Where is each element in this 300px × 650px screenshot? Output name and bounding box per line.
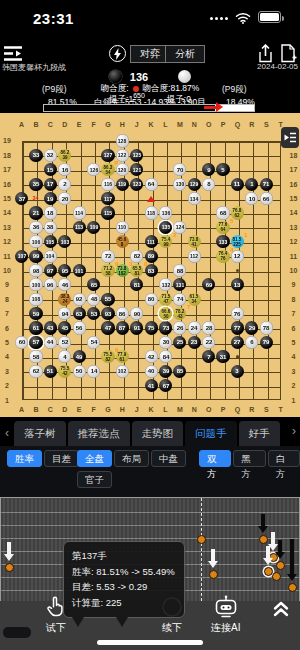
- suggestion-N12[interactable]: 73.841: [188, 235, 201, 248]
- coord-label: 2: [0, 378, 14, 392]
- stone-B85[interactable]: 85: [173, 365, 186, 378]
- stone-W30[interactable]: 30: [159, 336, 172, 349]
- stone-B59[interactable]: 59: [29, 307, 42, 320]
- stone-W96[interactable]: 96: [44, 278, 57, 291]
- stone-W28[interactable]: 28: [202, 321, 215, 334]
- stone-B105[interactable]: 105: [44, 235, 57, 248]
- stone-W128[interactable]: 128: [116, 134, 129, 147]
- stone-B17[interactable]: 17: [44, 178, 57, 191]
- marker-arrow-icon: [287, 539, 297, 581]
- stone-number: 68: [216, 206, 230, 220]
- black-stone-icon: [109, 70, 122, 83]
- stone-W38[interactable]: 38: [44, 221, 57, 234]
- stone-W72[interactable]: 72: [101, 250, 114, 263]
- suggestion-values: 76.862: [231, 206, 244, 219]
- stone-number: 32: [43, 148, 57, 162]
- go-board[interactable]: ABCDEFGHJKLMNOPQRST ABCDEFGHJKLMNOPQRST …: [0, 113, 300, 417]
- stone-W26[interactable]: 26: [173, 321, 186, 334]
- suggestion-values: 73.841: [188, 235, 201, 248]
- stone-W4[interactable]: 4: [58, 350, 71, 363]
- stone-B15[interactable]: 15: [44, 163, 57, 176]
- stone-W104[interactable]: 104: [44, 250, 57, 263]
- coord-label: 19: [0, 134, 14, 148]
- stone-number: 58: [29, 350, 43, 364]
- stone-B13[interactable]: 13: [231, 278, 244, 291]
- stone-number: 77: [230, 321, 244, 335]
- stone-B103[interactable]: 103: [58, 235, 71, 248]
- stone-B5[interactable]: 5: [216, 163, 229, 176]
- stone-W94[interactable]: 94: [58, 307, 71, 320]
- stone-W134[interactable]: 134: [188, 192, 201, 205]
- stone-number: 134: [188, 192, 201, 205]
- coord-label: 12: [0, 235, 14, 249]
- stone-W60[interactable]: 60: [15, 336, 28, 349]
- filter-白方[interactable]: 白方: [268, 450, 300, 467]
- marker-dot-icon: [197, 535, 206, 544]
- stone-W54[interactable]: 54: [87, 336, 100, 349]
- stone-W130[interactable]: 130: [173, 178, 186, 191]
- stone-B125[interactable]: 125: [130, 149, 143, 162]
- stone-W52[interactable]: 52: [58, 336, 71, 349]
- suggestion-N8[interactable]: 61.534: [188, 293, 201, 306]
- stone-W70[interactable]: 70: [173, 163, 186, 176]
- suggestion-values: 86.239: [58, 149, 71, 162]
- stone-W48[interactable]: 48: [87, 293, 100, 306]
- stone-B61[interactable]: 61: [29, 321, 42, 334]
- stone-B97[interactable]: 97: [44, 264, 57, 277]
- stone-number: 71: [259, 177, 273, 191]
- stone-number: 46: [58, 278, 72, 292]
- coord-label: L: [158, 121, 172, 128]
- stone-W6[interactable]: 6: [245, 336, 258, 349]
- share-icon[interactable]: [258, 44, 273, 63]
- stone-W76[interactable]: 76: [231, 307, 244, 320]
- stone-W74[interactable]: 74: [173, 293, 186, 306]
- stone-B25[interactable]: 25: [173, 336, 186, 349]
- stone-B37[interactable]: 37: [15, 192, 28, 205]
- suggestion-L12[interactable]: 75.4992: [159, 235, 172, 248]
- coord-label: 8: [0, 292, 14, 306]
- marker-dot-icon: [272, 572, 281, 581]
- marker-dot-icon: [5, 563, 14, 572]
- stone-number: 95: [58, 263, 72, 277]
- stone-W100[interactable]: 100: [29, 278, 42, 291]
- stone-number: 36: [29, 220, 43, 234]
- suggestion-P11[interactable]: 76.4764: [216, 250, 229, 263]
- stone-number: 54: [86, 335, 100, 349]
- stone-B115[interactable]: 115: [101, 206, 114, 219]
- stone-B95[interactable]: 95: [58, 264, 71, 277]
- suggestion-visits: 54: [105, 170, 110, 175]
- wifi-icon: [235, 12, 251, 24]
- stone-B69[interactable]: 69: [202, 278, 215, 291]
- suggestion-values: 78.243: [173, 307, 186, 320]
- stone-B87[interactable]: 87: [116, 321, 129, 334]
- stone-B33[interactable]: 33: [29, 149, 42, 162]
- stone-B57[interactable]: 57: [29, 336, 42, 349]
- coord-label: H: [115, 121, 129, 128]
- suggestion-visits: 24: [62, 299, 67, 304]
- move-count: 136: [130, 71, 148, 83]
- stone-B39[interactable]: 39: [159, 365, 172, 378]
- suggestion-J10[interactable]: 65.5818: [130, 264, 143, 277]
- stone-number: 117: [101, 192, 114, 205]
- coord-label: 3: [287, 364, 300, 378]
- stone-number: 127: [101, 149, 114, 162]
- suggestion-visits: 99: [163, 242, 168, 247]
- stone-W64[interactable]: 64: [145, 178, 158, 191]
- move-analysis-tooltip: 第137手 胜率: 81.51% -> 55.49% 目差: 5.53 -> 0…: [63, 541, 185, 618]
- stone-W46[interactable]: 46: [58, 278, 71, 291]
- stone-B55[interactable]: 55: [101, 293, 114, 306]
- filter-黑方[interactable]: 黑方: [233, 450, 265, 467]
- stone-W68[interactable]: 68: [216, 206, 229, 219]
- marker-dot-icon: [209, 570, 218, 579]
- arrow-head: [258, 526, 268, 533]
- stone-B123[interactable]: 123: [130, 178, 143, 191]
- winrate-bar-black: [44, 105, 215, 111]
- stone-number: 23: [187, 335, 201, 349]
- side-filter-group: 双方黑方白方: [199, 450, 300, 467]
- stone-number: 131: [173, 278, 186, 291]
- stone-number: 78: [259, 321, 273, 335]
- stone-B7[interactable]: 7: [202, 350, 215, 363]
- coord-label: 2: [287, 378, 300, 392]
- coord-label: 17: [0, 163, 14, 177]
- suggestion-visits: 8: [121, 242, 124, 247]
- white-stone-icon: [178, 70, 191, 83]
- stone-W16[interactable]: 16: [58, 163, 71, 176]
- suggestion-H12[interactable]: 45.68: [116, 235, 129, 248]
- stone-number: 94: [58, 307, 72, 321]
- stone-W88[interactable]: 88: [173, 264, 186, 277]
- stone-W136[interactable]: 136: [159, 206, 172, 219]
- stone-number: 48: [86, 292, 100, 306]
- stone-number: 9: [202, 163, 216, 177]
- stone-W132[interactable]: 132: [159, 278, 172, 291]
- stone-B9[interactable]: 9: [202, 163, 215, 176]
- coord-label: 7: [0, 306, 14, 320]
- stone-W14[interactable]: 14: [87, 365, 100, 378]
- coord-label: E: [72, 121, 86, 128]
- arrow-head: [208, 561, 218, 568]
- filter-胜率[interactable]: 胜率: [7, 450, 42, 467]
- stone-W112[interactable]: 112: [188, 250, 201, 263]
- filter-布局[interactable]: 布局: [114, 450, 149, 467]
- stone-B77[interactable]: 77: [231, 321, 244, 334]
- tabs-next-icon[interactable]: ›: [288, 424, 300, 446]
- stone-W92[interactable]: 92: [73, 293, 86, 306]
- suggestion-P13[interactable]: 77.6645: [216, 221, 229, 234]
- stone-B79[interactable]: 79: [260, 336, 273, 349]
- coord-label: 13: [0, 220, 14, 234]
- stone-number: 43: [43, 321, 57, 335]
- stone-W50[interactable]: 50: [73, 365, 86, 378]
- suggestion-G17[interactable]: 86.354P: [101, 163, 114, 176]
- stone-W108[interactable]: 108: [29, 293, 42, 306]
- new-document-icon[interactable]: [280, 44, 297, 63]
- stone-B117[interactable]: 117: [101, 192, 114, 205]
- stone-W40[interactable]: 40: [145, 365, 158, 378]
- stone-W32[interactable]: 32: [44, 149, 57, 162]
- stone-number: 75: [144, 321, 158, 335]
- stone-number: 31: [216, 350, 230, 364]
- coord-label: R: [245, 121, 259, 128]
- stone-W126[interactable]: 126: [87, 163, 100, 176]
- tabs-prev-icon[interactable]: ‹: [0, 426, 14, 446]
- stone-W116[interactable]: 116: [101, 178, 114, 191]
- stone-B67[interactable]: 67: [159, 379, 172, 392]
- stone-W114[interactable]: 114: [73, 206, 86, 219]
- stone-B119[interactable]: 119: [116, 178, 129, 191]
- stone-B19[interactable]: 19: [44, 192, 57, 205]
- stone-number: 24: [187, 321, 201, 335]
- stone-number: 41: [144, 378, 158, 392]
- coord-label: 18: [0, 148, 14, 162]
- suggestion-visits: 42: [62, 371, 67, 376]
- stone-number: 20: [58, 191, 72, 205]
- stone-B49[interactable]: 49: [73, 350, 86, 363]
- coord-label: G: [101, 121, 115, 128]
- stone-B71[interactable]: 71: [260, 178, 273, 191]
- stone-B45[interactable]: 45: [58, 321, 71, 334]
- stone-W24[interactable]: 24: [188, 321, 201, 334]
- stone-number: 135: [159, 221, 172, 234]
- stone-number: 70: [173, 163, 187, 177]
- stone-B133[interactable]: 133: [216, 235, 229, 248]
- stone-W86[interactable]: 86: [116, 307, 129, 320]
- stone-B1[interactable]: 1: [245, 178, 258, 191]
- stone-B129[interactable]: 129: [188, 178, 201, 191]
- stone-number: 99: [29, 249, 43, 263]
- stone-B121[interactable]: 121: [130, 163, 143, 176]
- stone-number: 61: [29, 321, 43, 335]
- stone-B23[interactable]: 23: [188, 336, 201, 349]
- stone-number: 39: [158, 364, 172, 378]
- stone-W42[interactable]: 42: [145, 350, 158, 363]
- double-chevron-up-icon[interactable]: [271, 600, 291, 618]
- stone-B107[interactable]: 107: [15, 250, 28, 263]
- stone-B113[interactable]: 113: [73, 221, 86, 234]
- filter-双方[interactable]: 双方: [199, 450, 231, 467]
- suggestion-visits: 39: [62, 155, 67, 160]
- suggestion-Q14[interactable]: 76.862: [231, 206, 244, 219]
- stone-W62[interactable]: 62: [29, 365, 42, 378]
- stone-number: 7: [202, 350, 216, 364]
- lightning-icon[interactable]: [109, 45, 126, 62]
- filter-中盘[interactable]: 中盘: [151, 450, 186, 467]
- stone-W2[interactable]: 2: [58, 178, 71, 191]
- stone-number: 112: [188, 250, 201, 263]
- coord-label: O: [201, 121, 215, 128]
- stone-number: 90: [130, 307, 144, 321]
- stone-number: 14: [86, 364, 100, 378]
- tab-好手[interactable]: 好手: [239, 421, 280, 446]
- stone-number: 63: [72, 307, 86, 321]
- coord-label: 12: [287, 235, 300, 249]
- stone-B109[interactable]: 109: [87, 221, 100, 234]
- stone-W20[interactable]: 20: [58, 192, 71, 205]
- coord-label: Q: [230, 121, 244, 128]
- suggestion-values: 76.476: [217, 250, 230, 263]
- stone-number: 121: [130, 163, 143, 176]
- suggestion-L7[interactable]: 66.650: [159, 307, 172, 320]
- suggestion-H4[interactable]: 77.961: [116, 350, 129, 363]
- stone-number: 47: [101, 321, 115, 335]
- stone-B99[interactable]: 99: [29, 250, 42, 263]
- stone-B47[interactable]: 47: [101, 321, 114, 334]
- tab-落子树[interactable]: 落子树: [14, 421, 66, 446]
- stone-B31[interactable]: 31: [216, 350, 229, 363]
- suggestion-visits: 47: [163, 299, 168, 304]
- coord-label: 14: [287, 206, 300, 220]
- stone-W36[interactable]: 36: [29, 221, 42, 234]
- board-coordinates-top: ABCDEFGHJKLMNOPQRST: [14, 121, 287, 128]
- tooltip-move-number: 第137手: [72, 548, 176, 564]
- stone-number: 45: [58, 321, 72, 335]
- home-indicator[interactable]: [97, 640, 203, 645]
- stone-W18[interactable]: 18: [44, 206, 57, 219]
- stone-B35[interactable]: 35: [29, 178, 42, 191]
- stone-B127[interactable]: 127: [101, 149, 114, 162]
- suggestion-L8[interactable]: 71.547: [159, 293, 172, 306]
- tab-推荐选点[interactable]: 推荐选点: [68, 421, 130, 446]
- stone-number: 42: [144, 350, 158, 364]
- suggestion-rank-badge: 8: [144, 260, 147, 267]
- stone-W78[interactable]: 78: [260, 321, 273, 334]
- coord-label: 4: [0, 350, 14, 364]
- tab-问题手[interactable]: 问题手: [185, 421, 237, 446]
- filter-官子[interactable]: 官子: [77, 471, 112, 488]
- stone-number: 51: [43, 364, 57, 378]
- stone-number: 13: [230, 278, 244, 292]
- stone-B135[interactable]: 135: [159, 221, 172, 234]
- arrow-head: [287, 574, 297, 581]
- suggestion-visits: 62: [235, 213, 240, 218]
- stone-B93[interactable]: 93: [101, 307, 114, 320]
- stone-B63[interactable]: 63: [73, 307, 86, 320]
- suggestion-visits: 58: [105, 271, 110, 276]
- stone-W80[interactable]: 80: [145, 293, 158, 306]
- suggestion-D3[interactable]: 75.542: [58, 365, 71, 378]
- stone-B101[interactable]: 101: [73, 264, 86, 277]
- stone-number: 62: [29, 364, 43, 378]
- move-tree-menu-icon[interactable]: [3, 45, 23, 62]
- stone-number: 67: [158, 378, 172, 392]
- stone-number: 119: [116, 178, 129, 191]
- stone-B41[interactable]: 41: [145, 379, 158, 392]
- coord-label: 13: [287, 220, 300, 234]
- play-mode-button[interactable]: 对弈: [130, 45, 170, 63]
- stone-B21[interactable]: 21: [29, 206, 42, 219]
- stone-B111[interactable]: 111: [145, 235, 158, 248]
- stone-B53[interactable]: 53: [87, 307, 100, 320]
- stone-B73[interactable]: 73: [159, 321, 172, 334]
- stone-number: 11: [230, 177, 244, 191]
- stone-number: 16: [58, 163, 72, 177]
- stone-W102[interactable]: 102: [116, 365, 129, 378]
- coord-label: 5: [0, 335, 14, 349]
- stone-number: 126: [87, 163, 100, 176]
- stone-number: 100: [29, 278, 42, 291]
- connect-ai-button[interactable]: 连接AI: [211, 595, 240, 635]
- stone-number: 1: [245, 177, 259, 191]
- stone-W110[interactable]: 110: [116, 221, 129, 234]
- tooltip-winrate-change: 胜率: 81.51% -> 55.49%: [72, 564, 176, 580]
- stone-number: 40: [144, 364, 158, 378]
- stone-W118[interactable]: 118: [145, 206, 158, 219]
- stone-W66[interactable]: 66: [260, 192, 273, 205]
- stone-number: 72: [101, 249, 115, 263]
- stone-W8[interactable]: 8: [202, 178, 215, 191]
- stone-number: 52: [58, 335, 72, 349]
- stone-W10[interactable]: 10: [245, 192, 258, 205]
- tooltip-score-change: 目差: 5.53 -> 0.29: [72, 579, 176, 595]
- stone-W58[interactable]: 58: [29, 350, 42, 363]
- stone-number: 130: [173, 178, 186, 191]
- stone-B65[interactable]: 65: [87, 278, 100, 291]
- suggestion-values: 77.961: [116, 350, 129, 363]
- phase-filter-group-row2: 官子: [77, 471, 112, 488]
- stone-B81[interactable]: 81: [130, 278, 143, 291]
- stone-number: 108: [29, 293, 42, 306]
- stone-number: 50: [72, 364, 86, 378]
- suggestion-G10[interactable]: 71.2589: [101, 264, 114, 277]
- stone-B29[interactable]: 29: [245, 321, 258, 334]
- stone-B11[interactable]: 11: [231, 178, 244, 191]
- metric-filter-group: 胜率目差: [7, 450, 79, 467]
- stone-number: 4: [58, 350, 72, 364]
- stone-number: 125: [130, 149, 143, 162]
- coord-label: M: [173, 121, 187, 128]
- suggestion-M7[interactable]: 78.2437: [173, 307, 186, 320]
- stone-B3[interactable]: 3: [231, 365, 244, 378]
- coord-label: J: [130, 121, 144, 128]
- stone-B43[interactable]: 43: [44, 321, 57, 334]
- stone-W56[interactable]: 56: [73, 321, 86, 334]
- tab-走势图[interactable]: 走势图: [132, 421, 184, 446]
- stone-W22[interactable]: 22: [202, 336, 215, 349]
- filter-全盘[interactable]: 全盘: [77, 450, 112, 467]
- stone-B75[interactable]: 75: [145, 321, 158, 334]
- suggestion-D8[interactable]: 38.324: [58, 293, 71, 306]
- filter-目差[interactable]: 目差: [44, 450, 79, 467]
- stone-W90[interactable]: 90: [130, 307, 143, 320]
- stone-number: 66: [259, 191, 273, 205]
- stone-W106[interactable]: 106: [29, 235, 42, 248]
- stone-B91[interactable]: 91: [130, 321, 143, 334]
- stone-B51[interactable]: 51: [44, 365, 57, 378]
- coord-label: 6: [287, 321, 300, 335]
- coord-label: 15: [287, 191, 300, 205]
- stone-number: 69: [202, 278, 216, 292]
- board-collapse-icon[interactable]: [281, 127, 299, 148]
- stone-W98[interactable]: 98: [29, 264, 42, 277]
- stone-number: 132: [159, 278, 172, 291]
- stone-number: 84: [158, 350, 172, 364]
- stone-B27[interactable]: 27: [231, 336, 244, 349]
- arrow-head: [4, 554, 14, 561]
- stone-W44[interactable]: 44: [44, 336, 57, 349]
- stone-W84[interactable]: 84: [159, 350, 172, 363]
- stone-number: 30: [158, 335, 172, 349]
- stone-B131[interactable]: 131: [173, 278, 186, 291]
- stone-number: 91: [130, 321, 144, 335]
- suggestion-G4[interactable]: 75.5826: [101, 350, 114, 363]
- coord-label: 10: [0, 263, 14, 277]
- analyze-mode-button[interactable]: 分析: [165, 45, 205, 63]
- suggestion-D18[interactable]: 86.239: [58, 149, 71, 162]
